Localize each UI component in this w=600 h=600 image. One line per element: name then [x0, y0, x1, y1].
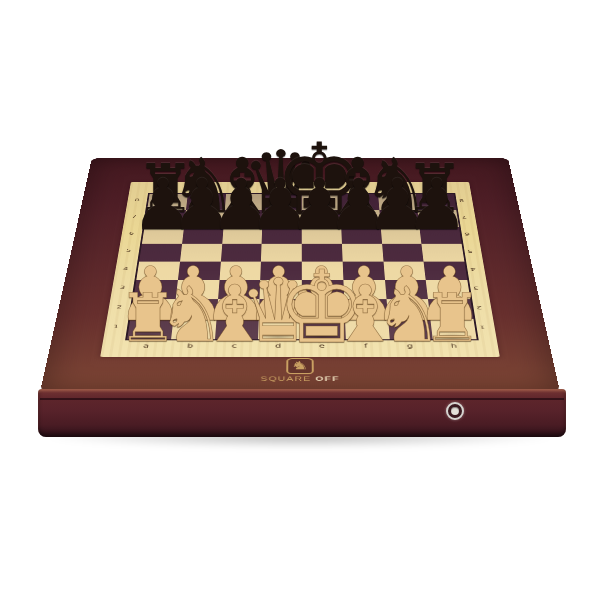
power-button[interactable] [446, 402, 464, 420]
piece-bP-h7[interactable]: ♟ [402, 170, 472, 240]
brand-text: SQUAREOFF [221, 375, 380, 382]
piece-wR-h1[interactable]: ♜ [419, 285, 486, 352]
power-button-inner [451, 407, 459, 415]
product-photo: aabbccddeeffgghh1122334455667788 ♞ SQUAR… [0, 0, 600, 600]
lid-seam [40, 398, 564, 400]
box-front-face [38, 389, 566, 437]
brand-secondary: OFF [315, 375, 339, 382]
brand-primary: SQUARE [260, 375, 311, 382]
